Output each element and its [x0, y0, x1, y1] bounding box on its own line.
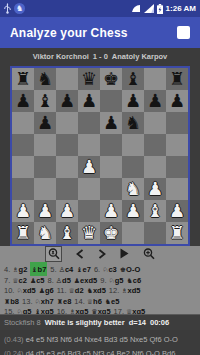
square-c6[interactable] — [56, 112, 78, 134]
black-knight: ♞ — [37, 68, 53, 90]
black-pawn: ♟ — [103, 112, 119, 134]
game-result: 1 - 0 — [93, 52, 108, 61]
move-text: g5 — [23, 307, 32, 314]
square-c3[interactable] — [56, 178, 78, 200]
square-d1[interactable]: ♛ — [78, 222, 100, 244]
square-f8[interactable]: ♝ — [122, 68, 144, 90]
square-d6[interactable] — [78, 112, 100, 134]
battery-icon — [157, 4, 163, 14]
square-f6[interactable]: ♞ — [122, 112, 144, 134]
square-b3[interactable] — [34, 178, 56, 200]
square-g1[interactable] — [144, 222, 166, 244]
engine-evaluation-text: White is slightly better — [45, 318, 125, 327]
engine-status-bar[interactable]: Stockfish 8 White is slightly better d=1… — [0, 314, 200, 330]
square-f5[interactable] — [122, 134, 144, 156]
white-knight: ♞ — [37, 222, 53, 244]
move-number: 16. — [57, 307, 67, 314]
white-knight: ♞ — [125, 178, 141, 200]
move-text: xg5 — [132, 307, 145, 314]
square-a5[interactable] — [12, 134, 34, 156]
square-e6[interactable]: ♟ — [100, 112, 122, 134]
square-a2[interactable]: ♟ — [12, 200, 34, 222]
square-b4[interactable] — [34, 156, 56, 178]
square-h2[interactable]: ♟ — [166, 200, 188, 222]
previous-move-button[interactable] — [76, 249, 84, 259]
move-token[interactable]: ♛xg5 — [91, 304, 110, 314]
navigation-toolbar — [0, 246, 200, 261]
square-g7[interactable]: ♟ — [144, 90, 166, 112]
clock-text: 1:26 AM — [166, 4, 196, 13]
move-token[interactable]: ♗xg5 — [69, 304, 88, 314]
engine-line[interactable]: (0.24) d4 d5 e3 e6 Bd3 c5 Nf3 c4 Be2 Nf6… — [4, 345, 196, 355]
square-g8[interactable] — [144, 68, 166, 90]
white-pawn: ♟ — [15, 200, 31, 222]
move-text: xg5 — [41, 307, 54, 314]
square-d7[interactable]: ♟ — [78, 90, 100, 112]
move-token[interactable]: ♗xd5 — [121, 283, 140, 297]
square-g5[interactable] — [144, 134, 166, 156]
square-c4[interactable] — [56, 156, 78, 178]
black-rook: ♜ — [169, 68, 185, 90]
engine-name: Stockfish 8 — [4, 318, 41, 327]
move-text: xd5 — [128, 286, 141, 295]
square-e3[interactable] — [100, 178, 122, 200]
square-h7[interactable]: ♟ — [166, 90, 188, 112]
black-pawn: ♟ — [169, 90, 185, 112]
square-f3[interactable]: ♞ — [122, 178, 144, 200]
square-c1[interactable]: ♝ — [56, 222, 78, 244]
board-area: ♜♞♛♚♝♜♟♝♟♟♟♟♟♟♟♞♟♞♟♟♟♟♟♟♝♟♜♞♝♛♚♜ — [0, 64, 200, 246]
move-text: xg5 — [98, 307, 111, 314]
engine-line[interactable]: (0.43) e4 e5 Nf3 Nf6 d4 Nxe4 Bd3 d5 Nxe5… — [4, 331, 196, 345]
analysis-panel: 4.♗g2♝b75.♙c4♝e76.♘c3♚O-O7.♕c2♟c58.♙d5♟e… — [0, 246, 200, 314]
square-g3[interactable]: ♟ — [144, 178, 166, 200]
move-text: xg5 — [75, 307, 88, 314]
move-number: 17. — [114, 307, 124, 314]
move-list[interactable]: 4.♗g2♝b75.♙c4♝e76.♘c3♚O-O7.♕c2♟c58.♙d5♟e… — [0, 261, 200, 314]
square-b5[interactable] — [34, 134, 56, 156]
square-b6[interactable]: ♟ — [34, 112, 56, 134]
players-header: Viktor Korchnoi 1 - 0 Anatoly Karpov — [0, 48, 200, 64]
next-move-button[interactable] — [98, 249, 106, 259]
black-pawn: ♟ — [125, 90, 141, 112]
white-queen: ♛ — [81, 222, 97, 244]
signal-icon — [144, 4, 154, 13]
square-h6[interactable] — [166, 112, 188, 134]
page-title: Analyze your Chess — [10, 26, 128, 40]
black-pawn: ♟ — [147, 90, 163, 112]
square-f2[interactable]: ♟ — [122, 200, 144, 222]
magnifier-piece-icon — [48, 248, 60, 260]
black-knight: ♞ — [125, 112, 141, 134]
white-king: ♚ — [103, 222, 119, 244]
chevron-right-icon — [98, 249, 106, 259]
square-h8[interactable]: ♜ — [166, 68, 188, 90]
white-rook: ♜ — [169, 222, 185, 244]
black-player-name: Anatoly Karpov — [112, 52, 167, 61]
square-d4[interactable]: ♟ — [78, 156, 100, 178]
white-bishop: ♝ — [59, 222, 75, 244]
engine-line-moves: d4 d5 e3 e6 Bd3 c5 Nf3 c4 Be2 Nf6 O-O Bd… — [26, 349, 176, 355]
square-h1[interactable]: ♜ — [166, 222, 188, 244]
white-pawn: ♟ — [103, 200, 119, 222]
white-pawn: ♟ — [81, 156, 97, 178]
zoom-in-button[interactable] — [143, 248, 155, 260]
black-rook: ♜ — [15, 68, 31, 90]
square-a4[interactable] — [12, 156, 34, 178]
white-rook: ♜ — [15, 222, 31, 244]
play-button[interactable] — [120, 248, 129, 259]
square-f1[interactable] — [122, 222, 144, 244]
move-number: 15. — [4, 307, 14, 314]
white-bishop: ♝ — [147, 200, 163, 222]
square-e5[interactable] — [100, 134, 122, 156]
square-g2[interactable]: ♝ — [144, 200, 166, 222]
square-d8[interactable]: ♛ — [78, 68, 100, 90]
move-line: 7.♕c2♟c58.♙d5♟exd59.♘g5♞c6 — [4, 273, 196, 284]
engine-line-eval: (0.43) — [4, 335, 26, 344]
square-d3[interactable] — [78, 178, 100, 200]
square-c8[interactable] — [56, 68, 78, 90]
square-a7[interactable]: ♟ — [12, 90, 34, 112]
square-b8[interactable]: ♞ — [34, 68, 56, 90]
black-bishop: ♝ — [37, 90, 53, 112]
square-c7[interactable]: ♟ — [56, 90, 78, 112]
magnifier-plus-icon — [143, 248, 155, 260]
square-c2[interactable]: ♟ — [56, 200, 78, 222]
square-d5[interactable] — [78, 134, 100, 156]
square-g6[interactable] — [144, 112, 166, 134]
black-bishop: ♝ — [125, 68, 141, 90]
black-pawn: ♟ — [15, 90, 31, 112]
black-queen: ♛ — [81, 68, 97, 90]
engine-line-moves: e4 e5 Nf3 Nf6 d4 Nxe4 Bd3 d5 Nxe5 Qf6 O-… — [26, 335, 178, 344]
square-a3[interactable] — [12, 178, 34, 200]
square-a1[interactable]: ♜ — [12, 222, 34, 244]
square-c5[interactable] — [56, 134, 78, 156]
black-pawn: ♟ — [59, 90, 75, 112]
white-pawn: ♟ — [169, 200, 185, 222]
move-line: 15.♘g5♝xg516.♗xg5♛xg517.♕xg5 — [4, 304, 196, 314]
black-pawn: ♟ — [81, 90, 97, 112]
engine-variations: (0.43) e4 e5 Nf3 Nf6 d4 Nxe4 Bd3 d5 Nxe5… — [0, 330, 200, 355]
engine-depth: d=14 — [129, 318, 146, 327]
square-f4[interactable] — [122, 156, 144, 178]
square-b7[interactable]: ♝ — [34, 90, 56, 112]
square-e2[interactable]: ♟ — [100, 200, 122, 222]
square-g4[interactable] — [144, 156, 166, 178]
move-token[interactable]: ♘g5 — [16, 304, 31, 314]
play-icon — [120, 248, 129, 259]
white-pawn: ♟ — [59, 200, 75, 222]
usb-icon — [4, 3, 11, 14]
square-f7[interactable]: ♟ — [122, 90, 144, 112]
square-e4[interactable] — [100, 156, 122, 178]
square-b1[interactable]: ♞ — [34, 222, 56, 244]
square-h4[interactable] — [166, 156, 188, 178]
white-pawn: ♟ — [37, 200, 53, 222]
move-line: ♜b813.♘xh7♜e814.♕h6♞e5 — [4, 294, 196, 305]
black-king: ♚ — [103, 68, 119, 90]
android-status-bar: ♞ 1:26 AM — [0, 0, 200, 17]
move-token[interactable]: ♝xg5 — [34, 304, 53, 314]
black-pawn: ♟ — [37, 112, 53, 134]
move-line: 10.♘xd5♟g611.♕d2♞xd512.♗xd5 — [4, 283, 196, 294]
white-pawn: ♟ — [147, 178, 163, 200]
move-token[interactable]: ♕xg5 — [126, 304, 145, 314]
stop-engine-button[interactable] — [177, 26, 190, 39]
engine-line-eval: (0.24) — [4, 349, 26, 355]
square-h3[interactable] — [166, 178, 188, 200]
square-e1[interactable]: ♚ — [100, 222, 122, 244]
square-d2[interactable] — [78, 200, 100, 222]
square-e8[interactable]: ♚ — [100, 68, 122, 90]
white-pawn: ♟ — [125, 200, 141, 222]
white-player-name: Viktor Korchnoi — [33, 52, 89, 61]
square-a8[interactable]: ♜ — [12, 68, 34, 90]
square-b2[interactable]: ♟ — [34, 200, 56, 222]
engine-time: 00:06 — [150, 318, 169, 327]
chevron-left-icon — [76, 249, 84, 259]
app-root: ♞ 1:26 AM — [0, 0, 200, 355]
analysis-magnifier-button[interactable] — [45, 246, 62, 262]
app-knight-icon: ♞ — [14, 3, 25, 14]
square-h5[interactable] — [166, 134, 188, 156]
chess-board[interactable]: ♜♞♛♚♝♜♟♝♟♟♟♟♟♟♟♞♟♞♟♟♟♟♟♟♝♟♜♞♝♛♚♜ — [10, 66, 190, 246]
wifi-icon — [131, 4, 141, 13]
move-line: 4.♗g2♝b75.♙c4♝e76.♘c3♚O-O — [4, 262, 196, 273]
app-bar: Analyze your Chess — [0, 17, 200, 48]
square-a6[interactable] — [12, 112, 34, 134]
square-e7[interactable] — [100, 90, 122, 112]
